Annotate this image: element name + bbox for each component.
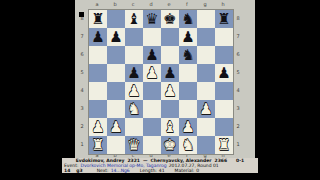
square-g7 — [197, 28, 215, 46]
square-h6 — [215, 46, 233, 64]
square-g5 — [197, 64, 215, 82]
square-d4 — [143, 82, 161, 100]
rank-label-1: 1 — [78, 141, 86, 147]
white-knight: ♞ — [181, 136, 194, 154]
move-number: 14 — [64, 168, 70, 173]
square-a4 — [89, 82, 107, 100]
file-label-a: a — [88, 2, 106, 7]
square-a7: ♟ — [89, 28, 107, 46]
black-pawn: ♟ — [145, 46, 158, 64]
black-bishop: ♝ — [127, 10, 140, 28]
white-rook: ♜ — [91, 136, 104, 154]
rank-label-2: 2 — [234, 123, 242, 129]
square-d1 — [143, 136, 161, 154]
square-c3: ♞ — [125, 100, 143, 118]
square-b8 — [107, 10, 125, 28]
square-a5 — [89, 64, 107, 82]
square-d6: ♟ — [143, 46, 161, 64]
square-g1 — [197, 136, 215, 154]
square-h3 — [215, 100, 233, 118]
rank-label-7: 7 — [234, 33, 242, 39]
square-g2 — [197, 118, 215, 136]
square-d7 — [143, 28, 161, 46]
rank-label-2: 2 — [78, 123, 86, 129]
rank-label-5: 5 — [78, 69, 86, 75]
square-e2: ♝ — [161, 118, 179, 136]
square-f2: ♟ — [179, 118, 197, 136]
square-h8: ♜ — [215, 10, 233, 28]
file-label-g: g — [196, 2, 214, 7]
material-label: Material: — [175, 168, 195, 173]
rank-label-5: 5 — [234, 69, 242, 75]
square-h7 — [215, 28, 233, 46]
white-pawn: ♟ — [91, 118, 104, 136]
square-c8: ♝ — [125, 10, 143, 28]
white-pawn: ♟ — [199, 100, 212, 118]
square-c6 — [125, 46, 143, 64]
caption-panel: Evdokimov, Andrey 2321 — Chernyavsky, Al… — [62, 158, 258, 173]
square-c5: ♟ — [125, 64, 143, 82]
material-value: 0 — [196, 168, 199, 173]
square-h5: ♟ — [215, 64, 233, 82]
square-g8 — [197, 10, 215, 28]
square-e1: ♚ — [161, 136, 179, 154]
square-c4: ♟ — [125, 82, 143, 100]
square-b7: ♟ — [107, 28, 125, 46]
square-e8: ♚ — [161, 10, 179, 28]
square-f8: ♞ — [179, 10, 197, 28]
square-e3 — [161, 100, 179, 118]
black-pawn: ♟ — [217, 64, 230, 82]
next-label: Next: — [97, 168, 109, 173]
black-knight: ♞ — [181, 46, 194, 64]
square-f7: ♟ — [179, 28, 197, 46]
white-king: ♚ — [163, 136, 176, 154]
black-pawn: ♟ — [181, 28, 194, 46]
white-pawn: ♟ — [145, 64, 158, 82]
square-g6 — [197, 46, 215, 64]
square-g3: ♟ — [197, 100, 215, 118]
square-f1: ♞ — [179, 136, 197, 154]
square-a2: ♟ — [89, 118, 107, 136]
square-g4 — [197, 82, 215, 100]
white-pawn: ♟ — [109, 118, 122, 136]
square-b4 — [107, 82, 125, 100]
rank-label-1: 1 — [234, 141, 242, 147]
square-e6 — [161, 46, 179, 64]
black-king: ♚ — [163, 10, 176, 28]
file-label-f: f — [178, 2, 196, 7]
black-pawn: ♟ — [91, 28, 104, 46]
rank-label-3: 3 — [78, 105, 86, 111]
black-pawn: ♟ — [109, 28, 122, 46]
board-panel: abcdefgh abcdefgh 87654321 87654321 ♜♝♛♚… — [75, 0, 255, 158]
rank-label-6: 6 — [78, 51, 86, 57]
black-to-move-indicator — [79, 12, 84, 17]
white-knight: ♞ — [127, 100, 140, 118]
square-e5: ♟ — [161, 64, 179, 82]
file-label-b: b — [106, 2, 124, 7]
move-info-line: 14 g3 Next: 14...Ng6 Length: 41 Material… — [62, 168, 260, 173]
square-a6 — [89, 46, 107, 64]
black-knight: ♞ — [181, 10, 194, 28]
rank-label-7: 7 — [78, 33, 86, 39]
chess-board: ♜♝♛♚♞♜♟♟♟♟♞♟♟♟♟♟♟♞♟♟♟♝♟♜♛♚♞♜ — [88, 9, 234, 155]
black-queen: ♛ — [145, 10, 158, 28]
rank-labels-right: 87654321 — [234, 9, 242, 153]
length-value: 41 — [159, 168, 165, 173]
rank-label-4: 4 — [78, 87, 86, 93]
black-rook: ♜ — [217, 10, 230, 28]
square-a8: ♜ — [89, 10, 107, 28]
file-labels-top: abcdefgh — [88, 2, 232, 7]
black-pawn: ♟ — [127, 64, 140, 82]
square-b1 — [107, 136, 125, 154]
file-label-c: c — [124, 2, 142, 7]
square-b3 — [107, 100, 125, 118]
square-e7 — [161, 28, 179, 46]
rank-label-4: 4 — [234, 87, 242, 93]
rank-label-3: 3 — [234, 105, 242, 111]
square-a3 — [89, 100, 107, 118]
square-d8: ♛ — [143, 10, 161, 28]
square-h2 — [215, 118, 233, 136]
black-pawn: ♟ — [163, 64, 176, 82]
square-f5 — [179, 64, 197, 82]
rank-label-8: 8 — [234, 15, 242, 21]
white-pawn: ♟ — [163, 82, 176, 100]
square-c7 — [125, 28, 143, 46]
white-bishop: ♝ — [163, 118, 176, 136]
square-f6: ♞ — [179, 46, 197, 64]
square-h4 — [215, 82, 233, 100]
square-e4: ♟ — [161, 82, 179, 100]
square-f4 — [179, 82, 197, 100]
square-b5 — [107, 64, 125, 82]
square-c2 — [125, 118, 143, 136]
square-c1: ♛ — [125, 136, 143, 154]
square-f3 — [179, 100, 197, 118]
square-d5: ♟ — [143, 64, 161, 82]
rank-label-6: 6 — [234, 51, 242, 57]
square-h1: ♜ — [215, 136, 233, 154]
square-b2: ♟ — [107, 118, 125, 136]
square-d3 — [143, 100, 161, 118]
rank-labels-left: 87654321 — [78, 9, 86, 153]
square-a1: ♜ — [89, 136, 107, 154]
file-label-h: h — [214, 2, 232, 7]
file-label-d: d — [142, 2, 160, 7]
square-d2 — [143, 118, 161, 136]
next-move: 14...Ng6 — [111, 168, 130, 173]
white-rook: ♜ — [217, 136, 230, 154]
length-label: Length: — [140, 168, 157, 173]
file-label-e: e — [160, 2, 178, 7]
white-pawn: ♟ — [127, 82, 140, 100]
square-b6 — [107, 46, 125, 64]
black-rook: ♜ — [91, 10, 104, 28]
move-played: g3 — [76, 168, 82, 173]
video-frame: abcdefgh abcdefgh 87654321 87654321 ♜♝♛♚… — [0, 0, 320, 180]
white-queen: ♛ — [127, 136, 140, 154]
white-pawn: ♟ — [181, 118, 194, 136]
